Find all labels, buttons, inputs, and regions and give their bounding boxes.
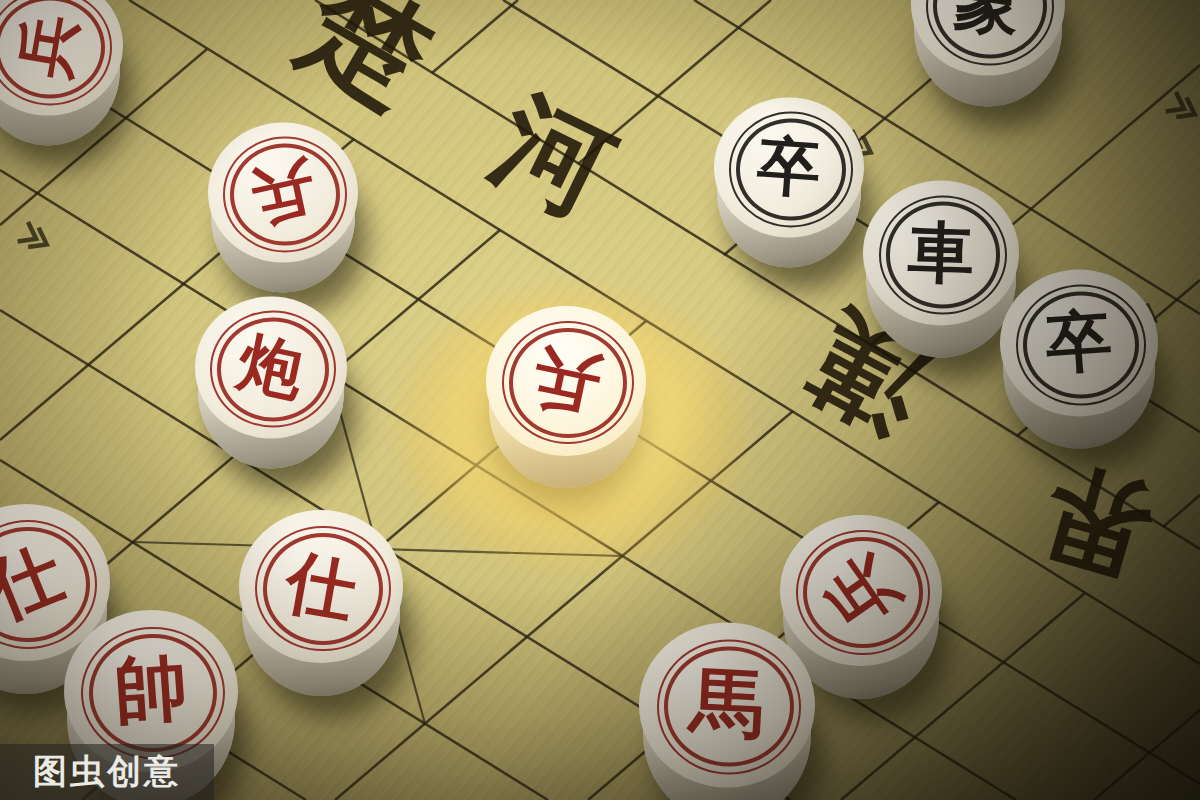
black-soldier-piece[interactable]: 卒 [714, 98, 864, 257]
black-soldier-piece[interactable]: 卒 [1000, 270, 1158, 437]
black-chariot-piece[interactable]: 車 [863, 181, 1019, 346]
watermark-text: 图虫创意 [33, 749, 181, 795]
red-horse-piece[interactable]: 馬 [639, 623, 815, 800]
piece-character: 卒 [995, 264, 1163, 422]
xiangqi-board-photo: 楚 河 漢 界 兵兵卒象車卒兵炮仕仕兵帥馬 图虫创意 [0, 0, 1200, 800]
piece-character: 仕 [227, 497, 415, 676]
red-soldier-piece[interactable]: 兵 [486, 306, 646, 476]
red-soldier-piece[interactable]: 兵 [0, 0, 123, 135]
red-advisor-piece[interactable]: 仕 [239, 510, 403, 684]
piece-character: 卒 [709, 92, 868, 242]
piece-character: 馬 [635, 618, 819, 792]
piece-character: 兵 [0, 0, 130, 131]
red-soldier-piece[interactable]: 兵 [208, 123, 358, 282]
watermark-badge: 图虫创意 [0, 744, 214, 800]
black-elephant-piece[interactable]: 象 [911, 0, 1065, 96]
red-cannon-piece[interactable]: 炮 [195, 297, 347, 458]
